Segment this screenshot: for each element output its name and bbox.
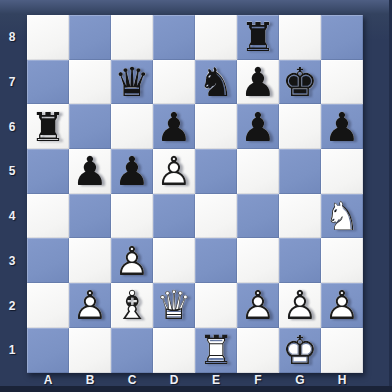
square-f1[interactable]: [237, 328, 279, 373]
square-g7[interactable]: ♔♚: [279, 60, 321, 105]
square-b4[interactable]: [69, 194, 111, 239]
piece-glyph-outline: ♙: [279, 283, 321, 328]
white-bishop-piece[interactable]: ♝♗: [111, 283, 153, 328]
square-b5[interactable]: ♙♟: [69, 149, 111, 194]
square-b6[interactable]: [69, 104, 111, 149]
black-king-piece[interactable]: ♔♚: [279, 60, 321, 105]
square-a5[interactable]: [27, 149, 69, 194]
square-e5[interactable]: [195, 149, 237, 194]
square-a2[interactable]: [27, 283, 69, 328]
square-d6[interactable]: ♙♟: [153, 104, 195, 149]
square-a6[interactable]: ♖♜: [27, 104, 69, 149]
square-f3[interactable]: [237, 238, 279, 283]
square-g3[interactable]: [279, 238, 321, 283]
square-a1[interactable]: [27, 328, 69, 373]
piece-glyph-fill: ♟: [111, 149, 153, 194]
square-d4[interactable]: [153, 194, 195, 239]
square-b8[interactable]: [69, 15, 111, 60]
rank-label-7: 7: [0, 60, 24, 105]
square-e4[interactable]: [195, 194, 237, 239]
square-g5[interactable]: [279, 149, 321, 194]
black-rook-piece[interactable]: ♖♜: [237, 15, 279, 60]
square-h5[interactable]: [321, 149, 363, 194]
white-rook-piece[interactable]: ♜♖: [195, 328, 237, 373]
square-b2[interactable]: ♟♙: [69, 283, 111, 328]
piece-glyph-fill: ♜: [237, 15, 279, 60]
square-a4[interactable]: [27, 194, 69, 239]
square-c3[interactable]: ♟♙: [111, 238, 153, 283]
square-b3[interactable]: [69, 238, 111, 283]
white-pawn-piece[interactable]: ♟♙: [237, 283, 279, 328]
square-d8[interactable]: [153, 15, 195, 60]
square-e3[interactable]: [195, 238, 237, 283]
piece-glyph-outline: ♗: [111, 283, 153, 328]
square-h8[interactable]: [321, 15, 363, 60]
black-pawn-piece[interactable]: ♙♟: [321, 104, 363, 149]
square-d7[interactable]: [153, 60, 195, 105]
square-c7[interactable]: ♕♛: [111, 60, 153, 105]
piece-glyph-fill: ♟: [69, 149, 111, 194]
rank-label-4: 4: [0, 194, 24, 239]
square-h2[interactable]: ♟♙: [321, 283, 363, 328]
piece-glyph-outline: ♔: [279, 328, 321, 373]
rank-label-1: 1: [0, 328, 24, 373]
square-b1[interactable]: [69, 328, 111, 373]
square-e2[interactable]: [195, 283, 237, 328]
square-c8[interactable]: [111, 15, 153, 60]
frame-bottom-strip: [0, 386, 392, 392]
piece-glyph-outline: ♙: [321, 283, 363, 328]
chess-board: ♖♜♕♛♘♞♙♟♔♚♖♜♙♟♙♟♙♟♙♟♙♟♟♙♞♘♟♙♟♙♝♗♛♕♟♙♟♙♟♙…: [27, 15, 363, 373]
rank-label-2: 2: [0, 283, 24, 328]
black-knight-piece[interactable]: ♘♞: [195, 60, 237, 105]
square-e8[interactable]: [195, 15, 237, 60]
square-h6[interactable]: ♙♟: [321, 104, 363, 149]
black-pawn-piece[interactable]: ♙♟: [69, 149, 111, 194]
square-c1[interactable]: [111, 328, 153, 373]
square-h7[interactable]: [321, 60, 363, 105]
square-d5[interactable]: ♟♙: [153, 149, 195, 194]
square-f4[interactable]: [237, 194, 279, 239]
white-knight-piece[interactable]: ♞♘: [321, 194, 363, 239]
square-b7[interactable]: [69, 60, 111, 105]
rank-label-5: 5: [0, 149, 24, 194]
square-a7[interactable]: [27, 60, 69, 105]
piece-glyph-outline: ♙: [111, 238, 153, 283]
square-f8[interactable]: ♖♜: [237, 15, 279, 60]
piece-glyph-outline: ♙: [237, 283, 279, 328]
piece-glyph-fill: ♟: [237, 104, 279, 149]
piece-glyph-fill: ♚: [279, 60, 321, 105]
white-pawn-piece[interactable]: ♟♙: [279, 283, 321, 328]
piece-glyph-fill: ♟: [237, 60, 279, 105]
square-a8[interactable]: [27, 15, 69, 60]
piece-glyph-fill: ♟: [153, 104, 195, 149]
square-d3[interactable]: [153, 238, 195, 283]
piece-glyph-fill: ♟: [321, 104, 363, 149]
square-c5[interactable]: ♙♟: [111, 149, 153, 194]
square-e6[interactable]: [195, 104, 237, 149]
square-f7[interactable]: ♙♟: [237, 60, 279, 105]
rank-label-6: 6: [0, 104, 24, 149]
black-pawn-piece[interactable]: ♙♟: [237, 60, 279, 105]
square-h4[interactable]: ♞♘: [321, 194, 363, 239]
white-king-piece[interactable]: ♚♔: [279, 328, 321, 373]
black-pawn-piece[interactable]: ♙♟: [237, 104, 279, 149]
rank-label-3: 3: [0, 239, 24, 284]
white-pawn-piece[interactable]: ♟♙: [111, 238, 153, 283]
rank-labels: 87654321: [0, 15, 27, 373]
white-pawn-piece[interactable]: ♟♙: [153, 149, 195, 194]
square-d1[interactable]: [153, 328, 195, 373]
piece-glyph-outline: ♕: [153, 283, 195, 328]
square-e7[interactable]: ♘♞: [195, 60, 237, 105]
white-pawn-piece[interactable]: ♟♙: [69, 283, 111, 328]
piece-glyph-outline: ♘: [321, 194, 363, 239]
square-f5[interactable]: [237, 149, 279, 194]
square-e1[interactable]: ♜♖: [195, 328, 237, 373]
black-queen-piece[interactable]: ♕♛: [111, 60, 153, 105]
square-c2[interactable]: ♝♗: [111, 283, 153, 328]
piece-glyph-fill: ♞: [195, 60, 237, 105]
square-g2[interactable]: ♟♙: [279, 283, 321, 328]
piece-glyph-fill: ♜: [27, 104, 69, 149]
square-g4[interactable]: [279, 194, 321, 239]
square-g6[interactable]: [279, 104, 321, 149]
piece-glyph-fill: ♛: [111, 60, 153, 105]
black-rook-piece[interactable]: ♖♜: [27, 104, 69, 149]
square-d2[interactable]: ♛♕: [153, 283, 195, 328]
white-pawn-piece[interactable]: ♟♙: [321, 283, 363, 328]
square-g8[interactable]: [279, 15, 321, 60]
black-pawn-piece[interactable]: ♙♟: [153, 104, 195, 149]
rank-label-8: 8: [0, 15, 24, 60]
square-f6[interactable]: ♙♟: [237, 104, 279, 149]
chess-diagram: ♖♜♕♛♘♞♙♟♔♚♖♜♙♟♙♟♙♟♙♟♙♟♟♙♞♘♟♙♟♙♝♗♛♕♟♙♟♙♟♙…: [0, 0, 392, 392]
square-a3[interactable]: [27, 238, 69, 283]
piece-glyph-outline: ♙: [69, 283, 111, 328]
square-c6[interactable]: [111, 104, 153, 149]
white-queen-piece[interactable]: ♛♕: [153, 283, 195, 328]
square-f2[interactable]: ♟♙: [237, 283, 279, 328]
piece-glyph-outline: ♙: [153, 149, 195, 194]
square-g1[interactable]: ♚♔: [279, 328, 321, 373]
black-pawn-piece[interactable]: ♙♟: [111, 149, 153, 194]
piece-glyph-outline: ♖: [195, 328, 237, 373]
square-h3[interactable]: [321, 238, 363, 283]
square-c4[interactable]: [111, 194, 153, 239]
square-h1[interactable]: [321, 328, 363, 373]
